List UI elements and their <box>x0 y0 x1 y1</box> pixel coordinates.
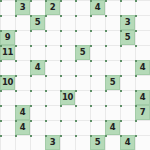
clue-cell[interactable]: 5 <box>30 15 45 30</box>
grid-cell[interactable] <box>0 135 15 150</box>
grid-cell[interactable] <box>75 0 90 15</box>
clue-cell[interactable]: 4 <box>90 0 105 15</box>
grid-cell[interactable] <box>135 0 150 15</box>
clue-cell[interactable]: 4 <box>120 135 135 150</box>
grid-cell[interactable] <box>120 75 135 90</box>
grid-cell[interactable] <box>90 60 105 75</box>
grid-cell[interactable] <box>135 15 150 30</box>
clue-cell[interactable]: 5 <box>75 45 90 60</box>
grid-cell[interactable] <box>90 105 105 120</box>
grid-cell[interactable] <box>15 30 30 45</box>
grid-cell[interactable] <box>105 30 120 45</box>
grid-cell[interactable] <box>75 105 90 120</box>
grid-cell[interactable] <box>30 120 45 135</box>
grid-cell[interactable] <box>105 0 120 15</box>
grid-cell[interactable] <box>45 45 60 60</box>
grid-cell[interactable] <box>60 30 75 45</box>
grid-cell[interactable] <box>75 30 90 45</box>
grid-cell[interactable] <box>120 120 135 135</box>
clue-cell[interactable]: 4 <box>15 105 30 120</box>
clue-cell[interactable]: 3 <box>15 0 30 15</box>
grid-cell[interactable] <box>75 75 90 90</box>
grid-cell[interactable] <box>120 90 135 105</box>
clue-cell[interactable]: 7 <box>135 105 150 120</box>
clue-cell[interactable]: 3 <box>120 15 135 30</box>
grid-cell[interactable] <box>45 105 60 120</box>
grid-cell[interactable] <box>15 75 30 90</box>
clue-cell[interactable]: 10 <box>0 75 15 90</box>
grid-cell[interactable] <box>60 60 75 75</box>
grid-cell[interactable] <box>120 60 135 75</box>
grid-cell[interactable] <box>135 120 150 135</box>
grid-cell[interactable] <box>0 90 15 105</box>
grid-cell[interactable] <box>60 120 75 135</box>
grid-cell[interactable] <box>75 90 90 105</box>
grid-cell[interactable] <box>105 135 120 150</box>
grid-cell[interactable] <box>45 60 60 75</box>
grid-cell[interactable] <box>30 45 45 60</box>
grid-cell[interactable] <box>120 45 135 60</box>
grid-cell[interactable] <box>45 120 60 135</box>
grid-cell[interactable] <box>60 75 75 90</box>
grid-cell[interactable] <box>75 135 90 150</box>
grid-cell[interactable] <box>45 75 60 90</box>
grid-cell[interactable] <box>45 30 60 45</box>
grid-cell[interactable] <box>30 30 45 45</box>
grid-cell[interactable] <box>90 120 105 135</box>
grid-cell[interactable] <box>90 75 105 90</box>
grid-cell[interactable] <box>45 15 60 30</box>
grid-cell[interactable] <box>105 45 120 60</box>
grid-cell[interactable] <box>105 90 120 105</box>
grid-cell[interactable] <box>60 105 75 120</box>
grid-cell[interactable] <box>135 30 150 45</box>
clue-cell[interactable]: 5 <box>120 30 135 45</box>
grid-cell[interactable] <box>135 45 150 60</box>
grid-cell[interactable] <box>75 60 90 75</box>
clue-cell[interactable]: 3 <box>45 135 60 150</box>
clue-cell[interactable]: 4 <box>15 120 30 135</box>
grid-cell[interactable] <box>105 60 120 75</box>
clue-cell[interactable]: 9 <box>0 30 15 45</box>
grid-cell[interactable] <box>90 30 105 45</box>
grid-cell[interactable] <box>0 0 15 15</box>
grid-cell[interactable] <box>30 90 45 105</box>
grid-cell[interactable] <box>60 0 75 15</box>
grid-cell[interactable] <box>0 105 15 120</box>
grid-cell[interactable] <box>15 90 30 105</box>
grid-cell[interactable] <box>15 45 30 60</box>
grid-cell[interactable] <box>30 75 45 90</box>
clue-cell[interactable]: 4 <box>105 120 120 135</box>
grid-cell[interactable] <box>15 15 30 30</box>
grid-cell[interactable] <box>135 75 150 90</box>
grid-cell[interactable] <box>105 15 120 30</box>
grid-cell[interactable] <box>135 135 150 150</box>
puzzle-board: 3245395115441051044744354 <box>0 0 150 150</box>
grid-cell[interactable] <box>60 135 75 150</box>
grid-cell[interactable] <box>30 135 45 150</box>
cell-grid: 3245395115441051044744354 <box>0 0 150 150</box>
grid-cell[interactable] <box>45 90 60 105</box>
grid-cell[interactable] <box>15 60 30 75</box>
clue-cell[interactable]: 4 <box>30 60 45 75</box>
clue-cell[interactable]: 4 <box>135 60 150 75</box>
grid-cell[interactable] <box>15 135 30 150</box>
grid-cell[interactable] <box>75 120 90 135</box>
grid-cell[interactable] <box>105 105 120 120</box>
grid-cell[interactable] <box>0 15 15 30</box>
grid-cell[interactable] <box>30 0 45 15</box>
grid-cell[interactable] <box>0 60 15 75</box>
clue-cell[interactable]: 5 <box>105 75 120 90</box>
clue-cell[interactable]: 5 <box>90 135 105 150</box>
grid-cell[interactable] <box>90 15 105 30</box>
grid-cell[interactable] <box>0 120 15 135</box>
grid-cell[interactable] <box>90 45 105 60</box>
clue-cell[interactable]: 11 <box>0 45 15 60</box>
clue-cell[interactable]: 10 <box>60 90 75 105</box>
clue-cell[interactable]: 2 <box>45 0 60 15</box>
grid-cell[interactable] <box>90 90 105 105</box>
grid-cell[interactable] <box>60 45 75 60</box>
clue-cell[interactable]: 4 <box>135 90 150 105</box>
grid-cell[interactable] <box>75 15 90 30</box>
grid-cell[interactable] <box>30 105 45 120</box>
grid-cell[interactable] <box>120 0 135 15</box>
grid-cell[interactable] <box>120 105 135 120</box>
grid-cell[interactable] <box>60 15 75 30</box>
